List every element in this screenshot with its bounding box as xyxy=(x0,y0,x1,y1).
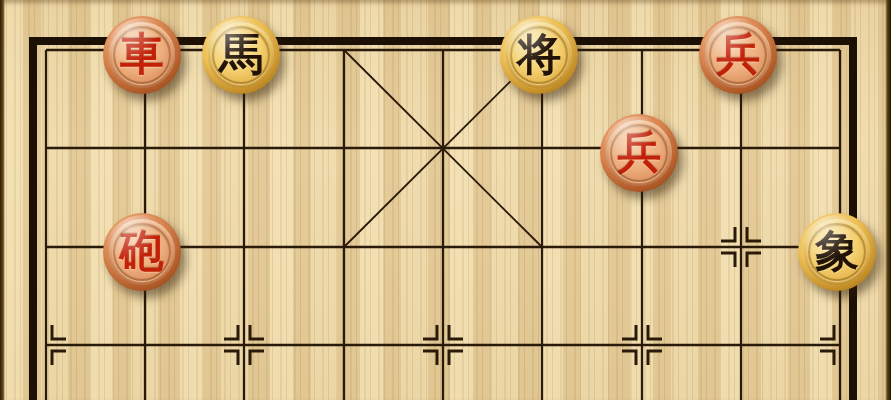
piece-engraved-ring xyxy=(510,26,568,84)
piece-engraved-ring xyxy=(212,26,270,84)
piece-red-cannon[interactable]: 砲 xyxy=(103,213,181,291)
piece-black-horse[interactable]: 馬 xyxy=(202,16,280,94)
pieces-layer: 車馬将兵兵砲象 xyxy=(0,0,891,400)
board-right-edge xyxy=(885,0,891,400)
piece-black-elephant[interactable]: 象 xyxy=(798,213,876,291)
board-left-edge xyxy=(0,0,5,400)
xiangqi-board[interactable]: 車馬将兵兵砲象 xyxy=(0,0,891,400)
piece-red-chariot[interactable]: 車 xyxy=(103,16,181,94)
piece-engraved-ring xyxy=(808,223,866,281)
piece-engraved-ring xyxy=(610,124,668,182)
piece-black-general[interactable]: 将 xyxy=(500,16,578,94)
piece-engraved-ring xyxy=(113,223,171,281)
piece-engraved-ring xyxy=(113,26,171,84)
piece-engraved-ring xyxy=(709,26,767,84)
piece-red-soldier[interactable]: 兵 xyxy=(600,114,678,192)
piece-red-soldier[interactable]: 兵 xyxy=(699,16,777,94)
